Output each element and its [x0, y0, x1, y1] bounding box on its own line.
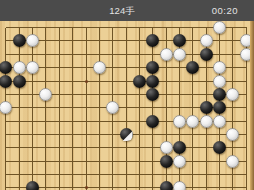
stone-white: [226, 88, 239, 101]
grid-line-horizontal: [6, 27, 247, 28]
stone-white: [26, 61, 39, 74]
stone-white: [173, 181, 186, 190]
stone-black: [200, 48, 213, 61]
stone-black: [200, 101, 213, 114]
move-counter: 124手: [0, 0, 244, 21]
grid-line-horizontal: [6, 67, 247, 68]
stone-black: [146, 115, 159, 128]
grid-line-horizontal: [6, 81, 247, 82]
stone-black: [0, 75, 12, 88]
stone-white: [93, 61, 106, 74]
stone-white: [213, 115, 226, 128]
top-bar: 124手 00:20: [0, 0, 254, 21]
grid-line-horizontal: [6, 147, 247, 148]
stone-white: [0, 101, 12, 114]
stone-white: [226, 155, 239, 168]
stone-white: [106, 101, 119, 114]
grid-line-horizontal: [6, 174, 247, 175]
stone-black: [213, 141, 226, 154]
stone-white: [173, 48, 186, 61]
stone-black: [173, 141, 186, 154]
stone-black: [146, 75, 159, 88]
stone-white: [213, 61, 226, 74]
board-right-edge: [250, 21, 254, 190]
grid-line-vertical: [32, 28, 33, 190]
stone-black: [13, 34, 26, 47]
grid-line-vertical: [99, 28, 100, 190]
game-timer: 00:20: [212, 0, 238, 21]
stone-white: [173, 115, 186, 128]
stone-white: [213, 75, 226, 88]
stone-white: [226, 128, 239, 141]
stone-white: [13, 61, 26, 74]
stone-black: [213, 101, 226, 114]
grid-line-vertical: [86, 28, 87, 190]
grid-line-vertical: [152, 28, 153, 190]
stone-black: [13, 75, 26, 88]
stone-white: [26, 34, 39, 47]
stone-black: [146, 61, 159, 74]
marker-dot: [85, 80, 88, 83]
stone-white: [160, 141, 173, 154]
grid-line-vertical: [45, 28, 46, 190]
stone-black: [160, 181, 173, 190]
stone-white: [186, 115, 199, 128]
stone-white: [200, 115, 213, 128]
stone-black: [120, 128, 133, 141]
stone-black: [173, 34, 186, 47]
stone-white: [39, 88, 52, 101]
stone-black: [0, 61, 12, 74]
grid-line-vertical: [126, 28, 127, 190]
go-board[interactable]: [0, 21, 254, 190]
grid-line-vertical: [192, 28, 193, 190]
grid-line-horizontal: [6, 187, 247, 188]
grid-line-vertical: [59, 28, 60, 190]
stone-white: [213, 21, 226, 34]
grid-line-vertical: [72, 28, 73, 190]
last-move-marker: [123, 131, 133, 141]
stone-black: [160, 155, 173, 168]
stone-black: [146, 88, 159, 101]
grid-line-vertical: [19, 28, 20, 190]
stone-white: [173, 155, 186, 168]
grid-line-horizontal: [6, 161, 247, 162]
stone-black: [213, 88, 226, 101]
marker-dot: [85, 186, 88, 189]
stone-white: [160, 48, 173, 61]
stone-black: [146, 34, 159, 47]
stone-black: [26, 181, 39, 190]
stone-white: [200, 34, 213, 47]
stone-black: [133, 75, 146, 88]
grid-line-vertical: [139, 28, 140, 190]
stone-black: [186, 61, 199, 74]
